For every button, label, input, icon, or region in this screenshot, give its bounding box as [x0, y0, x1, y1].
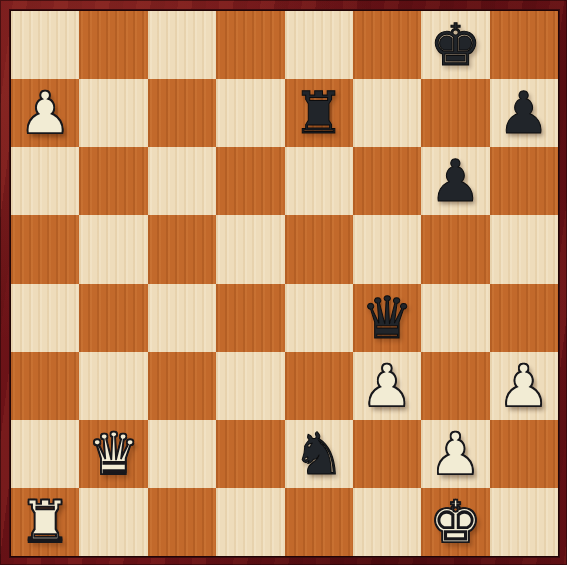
square-a4[interactable] [11, 284, 79, 352]
square-b2[interactable]: ♛ [79, 420, 147, 488]
square-e8[interactable] [285, 11, 353, 79]
piece-white-rook[interactable]: ♜ [11, 488, 79, 556]
square-h5[interactable] [490, 215, 558, 283]
square-a1[interactable]: ♜ [11, 488, 79, 556]
square-g7[interactable] [421, 79, 489, 147]
square-c4[interactable] [148, 284, 216, 352]
piece-white-king[interactable]: ♚ [421, 488, 489, 556]
square-d5[interactable] [216, 215, 284, 283]
square-g8[interactable]: ♚ [421, 11, 489, 79]
square-b6[interactable] [79, 147, 147, 215]
square-f2[interactable] [353, 420, 421, 488]
square-f7[interactable] [353, 79, 421, 147]
square-e6[interactable] [285, 147, 353, 215]
square-b5[interactable] [79, 215, 147, 283]
piece-black-pawn[interactable]: ♟ [421, 147, 489, 215]
square-d3[interactable] [216, 352, 284, 420]
square-e1[interactable] [285, 488, 353, 556]
square-f6[interactable] [353, 147, 421, 215]
square-g1[interactable]: ♚ [421, 488, 489, 556]
square-f3[interactable]: ♟ [353, 352, 421, 420]
piece-black-queen[interactable]: ♛ [353, 284, 421, 352]
square-f8[interactable] [353, 11, 421, 79]
square-h8[interactable] [490, 11, 558, 79]
piece-black-rook[interactable]: ♜ [285, 79, 353, 147]
square-h4[interactable] [490, 284, 558, 352]
square-h1[interactable] [490, 488, 558, 556]
square-g6[interactable]: ♟ [421, 147, 489, 215]
square-e4[interactable] [285, 284, 353, 352]
square-a5[interactable] [11, 215, 79, 283]
square-a8[interactable] [11, 11, 79, 79]
square-d6[interactable] [216, 147, 284, 215]
square-e3[interactable] [285, 352, 353, 420]
square-d7[interactable] [216, 79, 284, 147]
square-g4[interactable] [421, 284, 489, 352]
square-c6[interactable] [148, 147, 216, 215]
square-g3[interactable] [421, 352, 489, 420]
square-h3[interactable]: ♟ [490, 352, 558, 420]
square-c7[interactable] [148, 79, 216, 147]
square-d8[interactable] [216, 11, 284, 79]
square-g5[interactable] [421, 215, 489, 283]
piece-black-king[interactable]: ♚ [421, 11, 489, 79]
piece-black-knight[interactable]: ♞ [285, 420, 353, 488]
piece-white-pawn[interactable]: ♟ [11, 79, 79, 147]
square-a7[interactable]: ♟ [11, 79, 79, 147]
square-f1[interactable] [353, 488, 421, 556]
chess-board-frame: ♚♟♜♟♟♛♟♟♛♞♟♜♚ [0, 0, 567, 565]
square-d2[interactable] [216, 420, 284, 488]
piece-white-pawn[interactable]: ♟ [421, 420, 489, 488]
square-h7[interactable]: ♟ [490, 79, 558, 147]
square-c5[interactable] [148, 215, 216, 283]
square-f5[interactable] [353, 215, 421, 283]
square-a6[interactable] [11, 147, 79, 215]
square-h2[interactable] [490, 420, 558, 488]
square-e5[interactable] [285, 215, 353, 283]
square-d1[interactable] [216, 488, 284, 556]
square-b7[interactable] [79, 79, 147, 147]
square-c8[interactable] [148, 11, 216, 79]
square-c3[interactable] [148, 352, 216, 420]
square-b1[interactable] [79, 488, 147, 556]
chess-board: ♚♟♜♟♟♛♟♟♛♞♟♜♚ [10, 10, 559, 557]
square-f4[interactable]: ♛ [353, 284, 421, 352]
square-e2[interactable]: ♞ [285, 420, 353, 488]
square-e7[interactable]: ♜ [285, 79, 353, 147]
piece-white-pawn[interactable]: ♟ [353, 352, 421, 420]
square-b8[interactable] [79, 11, 147, 79]
square-b3[interactable] [79, 352, 147, 420]
square-g2[interactable]: ♟ [421, 420, 489, 488]
piece-black-pawn[interactable]: ♟ [490, 79, 558, 147]
square-a3[interactable] [11, 352, 79, 420]
square-b4[interactable] [79, 284, 147, 352]
square-a2[interactable] [11, 420, 79, 488]
square-h6[interactable] [490, 147, 558, 215]
piece-white-queen[interactable]: ♛ [79, 420, 147, 488]
piece-white-pawn[interactable]: ♟ [490, 352, 558, 420]
square-c2[interactable] [148, 420, 216, 488]
square-c1[interactable] [148, 488, 216, 556]
square-d4[interactable] [216, 284, 284, 352]
